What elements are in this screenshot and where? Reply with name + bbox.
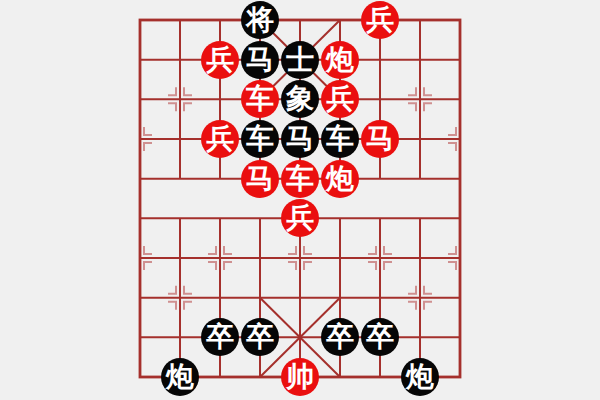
piece-black-horse[interactable]: 马: [241, 41, 279, 79]
piece-black-soldier[interactable]: 卒: [241, 318, 279, 356]
piece-grid[interactable]: 将马士象车马车卒卒卒卒炮炮兵兵炮车兵兵马马车炮兵帅: [120, 0, 480, 397]
piece-black-soldier[interactable]: 卒: [321, 318, 359, 356]
piece-black-chariot[interactable]: 车: [241, 120, 279, 158]
piece-red-chariot[interactable]: 车: [281, 160, 319, 198]
piece-black-horse[interactable]: 马: [281, 120, 319, 158]
piece-black-cannon[interactable]: 炮: [401, 358, 439, 396]
piece-black-chariot[interactable]: 车: [321, 120, 359, 158]
piece-red-soldier[interactable]: 兵: [321, 80, 359, 118]
piece-red-soldier[interactable]: 兵: [201, 120, 239, 158]
piece-red-horse[interactable]: 马: [361, 120, 399, 158]
piece-black-soldier[interactable]: 卒: [201, 318, 239, 356]
piece-red-soldier[interactable]: 兵: [361, 1, 399, 39]
piece-black-elephant[interactable]: 象: [281, 80, 319, 118]
piece-red-chariot[interactable]: 车: [241, 80, 279, 118]
piece-black-advisor[interactable]: 士: [281, 41, 319, 79]
piece-red-general[interactable]: 帅: [281, 358, 319, 396]
piece-red-cannon[interactable]: 炮: [321, 160, 359, 198]
piece-black-soldier[interactable]: 卒: [361, 318, 399, 356]
piece-black-general[interactable]: 将: [241, 1, 279, 39]
piece-red-soldier[interactable]: 兵: [201, 41, 239, 79]
piece-red-horse[interactable]: 马: [241, 160, 279, 198]
piece-red-cannon[interactable]: 炮: [321, 41, 359, 79]
piece-red-soldier[interactable]: 兵: [281, 199, 319, 237]
piece-black-cannon[interactable]: 炮: [161, 358, 199, 396]
xiangqi-board: 将马士象车马车卒卒卒卒炮炮兵兵炮车兵兵马马车炮兵帅: [0, 0, 600, 400]
